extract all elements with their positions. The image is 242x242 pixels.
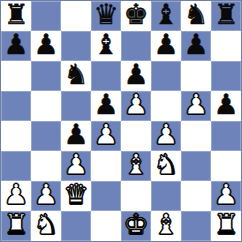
square-e2[interactable] — [121, 181, 151, 211]
square-b4[interactable] — [31, 121, 61, 151]
piece-black-pawn-icon[interactable]: ♟ — [153, 31, 178, 60]
piece-white-bishop-icon[interactable]: ♝ — [153, 211, 178, 240]
piece-white-pawn-icon[interactable]: ♟ — [33, 181, 58, 210]
piece-white-bishop-icon[interactable]: ♝ — [123, 151, 148, 180]
square-c7[interactable] — [61, 31, 91, 61]
square-f4[interactable]: ♟ — [151, 121, 181, 151]
square-c4[interactable]: ♟ — [61, 121, 91, 151]
square-a2[interactable]: ♟ — [1, 181, 31, 211]
piece-white-pawn-icon[interactable]: ♟ — [3, 181, 28, 210]
square-c8[interactable] — [61, 1, 91, 31]
square-d1[interactable] — [91, 211, 121, 241]
piece-black-knight-icon[interactable]: ♞ — [63, 61, 88, 90]
square-h5[interactable]: ♟ — [211, 91, 241, 121]
piece-white-pawn-icon[interactable]: ♟ — [213, 181, 238, 210]
square-c2[interactable]: ♛ — [61, 181, 91, 211]
square-c5[interactable] — [61, 91, 91, 121]
square-g3[interactable] — [181, 151, 211, 181]
piece-white-pawn-icon[interactable]: ♟ — [93, 121, 118, 150]
square-a6[interactable] — [1, 61, 31, 91]
piece-black-rook-icon[interactable]: ♜ — [213, 1, 238, 30]
square-e7[interactable] — [121, 31, 151, 61]
square-b6[interactable] — [31, 61, 61, 91]
square-h2[interactable]: ♟ — [211, 181, 241, 211]
square-b3[interactable] — [31, 151, 61, 181]
square-b2[interactable]: ♟ — [31, 181, 61, 211]
square-f7[interactable]: ♟ — [151, 31, 181, 61]
square-g5[interactable]: ♟ — [181, 91, 211, 121]
square-f8[interactable]: ♝ — [151, 1, 181, 31]
square-f5[interactable] — [151, 91, 181, 121]
piece-white-king-icon[interactable]: ♚ — [123, 211, 148, 240]
square-h6[interactable] — [211, 61, 241, 91]
square-a5[interactable] — [1, 91, 31, 121]
square-c3[interactable]: ♟ — [61, 151, 91, 181]
square-d7[interactable]: ♝ — [91, 31, 121, 61]
square-g6[interactable] — [181, 61, 211, 91]
piece-black-rook-icon[interactable]: ♜ — [3, 1, 28, 30]
piece-black-queen-icon[interactable]: ♛ — [93, 1, 118, 30]
piece-black-pawn-icon[interactable]: ♟ — [63, 121, 88, 150]
square-b5[interactable] — [31, 91, 61, 121]
square-g2[interactable] — [181, 181, 211, 211]
square-d2[interactable] — [91, 181, 121, 211]
square-f3[interactable]: ♞ — [151, 151, 181, 181]
piece-white-pawn-icon[interactable]: ♟ — [183, 91, 208, 120]
square-b7[interactable]: ♟ — [31, 31, 61, 61]
square-e1[interactable]: ♚ — [121, 211, 151, 241]
square-e6[interactable]: ♟ — [121, 61, 151, 91]
square-a8[interactable]: ♜ — [1, 1, 31, 31]
piece-white-pawn-icon[interactable]: ♟ — [63, 151, 88, 180]
square-h7[interactable] — [211, 31, 241, 61]
piece-black-king-icon[interactable]: ♚ — [123, 1, 148, 30]
square-g7[interactable]: ♟ — [181, 31, 211, 61]
piece-black-bishop-icon[interactable]: ♝ — [153, 1, 178, 30]
square-a7[interactable]: ♟ — [1, 31, 31, 61]
piece-white-pawn-icon[interactable]: ♟ — [123, 91, 148, 120]
square-h8[interactable]: ♜ — [211, 1, 241, 31]
piece-black-knight-icon[interactable]: ♞ — [183, 1, 208, 30]
piece-black-bishop-icon[interactable]: ♝ — [93, 31, 118, 60]
piece-white-pawn-icon[interactable]: ♟ — [153, 121, 178, 150]
piece-black-pawn-icon[interactable]: ♟ — [213, 91, 238, 120]
piece-black-pawn-icon[interactable]: ♟ — [183, 31, 208, 60]
square-g8[interactable]: ♞ — [181, 1, 211, 31]
piece-white-rook-icon[interactable]: ♜ — [213, 211, 238, 240]
chess-board: ♜♛♚♝♞♜♟♟♝♟♟♞♟♟♟♟♟♟♟♟♟♝♞♟♟♛♟♜♞♚♝♜ — [0, 0, 242, 242]
piece-white-knight-icon[interactable]: ♞ — [33, 211, 58, 240]
square-e5[interactable]: ♟ — [121, 91, 151, 121]
piece-black-pawn-icon[interactable]: ♟ — [3, 31, 28, 60]
piece-white-knight-icon[interactable]: ♞ — [153, 151, 178, 180]
square-h4[interactable] — [211, 121, 241, 151]
square-c1[interactable] — [61, 211, 91, 241]
square-c6[interactable]: ♞ — [61, 61, 91, 91]
square-e4[interactable] — [121, 121, 151, 151]
square-f1[interactable]: ♝ — [151, 211, 181, 241]
piece-black-pawn-icon[interactable]: ♟ — [123, 61, 148, 90]
square-g4[interactable] — [181, 121, 211, 151]
square-a3[interactable] — [1, 151, 31, 181]
square-h3[interactable] — [211, 151, 241, 181]
square-g1[interactable] — [181, 211, 211, 241]
square-d3[interactable] — [91, 151, 121, 181]
piece-white-queen-icon[interactable]: ♛ — [63, 181, 88, 210]
square-f2[interactable] — [151, 181, 181, 211]
square-d5[interactable]: ♟ — [91, 91, 121, 121]
square-d4[interactable]: ♟ — [91, 121, 121, 151]
square-e8[interactable]: ♚ — [121, 1, 151, 31]
square-a4[interactable] — [1, 121, 31, 151]
piece-black-pawn-icon[interactable]: ♟ — [93, 91, 118, 120]
square-h1[interactable]: ♜ — [211, 211, 241, 241]
square-f6[interactable] — [151, 61, 181, 91]
square-d6[interactable] — [91, 61, 121, 91]
square-b8[interactable] — [31, 1, 61, 31]
square-e3[interactable]: ♝ — [121, 151, 151, 181]
square-d8[interactable]: ♛ — [91, 1, 121, 31]
square-a1[interactable]: ♜ — [1, 211, 31, 241]
piece-black-pawn-icon[interactable]: ♟ — [33, 31, 58, 60]
piece-white-rook-icon[interactable]: ♜ — [3, 211, 28, 240]
square-b1[interactable]: ♞ — [31, 211, 61, 241]
